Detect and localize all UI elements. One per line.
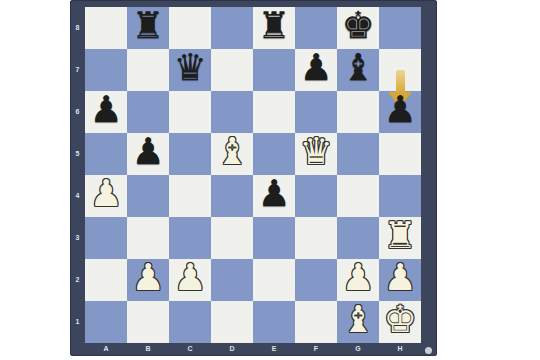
square-b1[interactable] (127, 301, 169, 343)
square-e1[interactable] (253, 301, 295, 343)
square-c8[interactable] (169, 7, 211, 49)
square-g4[interactable] (337, 175, 379, 217)
black-pawn-h6[interactable]: ♟ (383, 89, 416, 131)
square-c7[interactable]: ♛ (169, 49, 211, 91)
square-a3[interactable] (85, 217, 127, 259)
square-h2[interactable]: ♟ (379, 259, 421, 301)
rank-label-7: 7 (70, 66, 85, 73)
rank-label-4: 4 (70, 192, 85, 199)
square-e4[interactable]: ♟ (253, 175, 295, 217)
square-f7[interactable]: ♟ (295, 49, 337, 91)
square-d5[interactable]: ♝ (211, 133, 253, 175)
square-e3[interactable] (253, 217, 295, 259)
square-f4[interactable] (295, 175, 337, 217)
square-b3[interactable] (127, 217, 169, 259)
rank-label-2: 2 (70, 276, 85, 283)
rank-label-5: 5 (70, 150, 85, 157)
square-d3[interactable] (211, 217, 253, 259)
white-rook-h3[interactable]: ♜ (383, 215, 416, 257)
square-b6[interactable] (127, 91, 169, 133)
square-c1[interactable] (169, 301, 211, 343)
file-label-B: B (127, 345, 169, 352)
square-a2[interactable] (85, 259, 127, 301)
square-g2[interactable]: ♟ (337, 259, 379, 301)
white-king-h1[interactable]: ♚ (383, 299, 416, 341)
square-e2[interactable] (253, 259, 295, 301)
square-d1[interactable] (211, 301, 253, 343)
file-label-A: A (85, 345, 127, 352)
square-a4[interactable]: ♟ (85, 175, 127, 217)
square-h8[interactable] (379, 7, 421, 49)
square-b4[interactable] (127, 175, 169, 217)
black-rook-e8[interactable]: ♜ (257, 5, 290, 47)
file-label-F: F (295, 345, 337, 352)
file-label-C: C (169, 345, 211, 352)
square-h6[interactable]: ♟ (379, 91, 421, 133)
white-bishop-g1[interactable]: ♝ (341, 299, 374, 341)
square-a5[interactable] (85, 133, 127, 175)
square-f1[interactable] (295, 301, 337, 343)
square-d6[interactable] (211, 91, 253, 133)
black-pawn-b5[interactable]: ♟ (131, 131, 164, 173)
square-g6[interactable] (337, 91, 379, 133)
square-g5[interactable] (337, 133, 379, 175)
file-label-G: G (337, 345, 379, 352)
square-f8[interactable] (295, 7, 337, 49)
square-c3[interactable] (169, 217, 211, 259)
white-bishop-d5[interactable]: ♝ (215, 131, 248, 173)
file-label-D: D (211, 345, 253, 352)
square-e7[interactable] (253, 49, 295, 91)
square-g3[interactable] (337, 217, 379, 259)
square-c5[interactable] (169, 133, 211, 175)
square-a1[interactable] (85, 301, 127, 343)
square-g1[interactable]: ♝ (337, 301, 379, 343)
square-h1[interactable]: ♚ (379, 301, 421, 343)
square-c2[interactable]: ♟ (169, 259, 211, 301)
square-c4[interactable] (169, 175, 211, 217)
chess-board: ♜♜♚♛♟♝♟♟♟♝♛♟♟♜♟♟♟♟♝♚ (85, 7, 421, 343)
square-h5[interactable] (379, 133, 421, 175)
square-h4[interactable] (379, 175, 421, 217)
square-b5[interactable]: ♟ (127, 133, 169, 175)
black-rook-b8[interactable]: ♜ (131, 5, 164, 47)
file-label-H: H (379, 345, 421, 352)
square-d7[interactable] (211, 49, 253, 91)
square-d4[interactable] (211, 175, 253, 217)
chess-board-frame: ♜♜♚♛♟♝♟♟♟♝♛♟♟♜♟♟♟♟♝♚ 87654321 ABCDEFGH (70, 0, 437, 356)
white-pawn-g2[interactable]: ♟ (341, 257, 374, 299)
square-b2[interactable]: ♟ (127, 259, 169, 301)
square-a7[interactable] (85, 49, 127, 91)
square-a6[interactable]: ♟ (85, 91, 127, 133)
square-f6[interactable] (295, 91, 337, 133)
square-e5[interactable] (253, 133, 295, 175)
square-g7[interactable]: ♝ (337, 49, 379, 91)
square-h3[interactable]: ♜ (379, 217, 421, 259)
square-e6[interactable] (253, 91, 295, 133)
square-c6[interactable] (169, 91, 211, 133)
black-pawn-e4[interactable]: ♟ (257, 173, 290, 215)
square-f2[interactable] (295, 259, 337, 301)
black-king-g8[interactable]: ♚ (341, 5, 374, 47)
rank-label-8: 8 (70, 24, 85, 31)
board-resize-handle[interactable] (425, 347, 432, 354)
black-bishop-g7[interactable]: ♝ (341, 47, 374, 89)
square-d8[interactable] (211, 7, 253, 49)
square-d2[interactable] (211, 259, 253, 301)
square-g8[interactable]: ♚ (337, 7, 379, 49)
square-b7[interactable] (127, 49, 169, 91)
white-pawn-b2[interactable]: ♟ (131, 257, 164, 299)
file-label-E: E (253, 345, 295, 352)
square-e8[interactable]: ♜ (253, 7, 295, 49)
black-queen-c7[interactable]: ♛ (173, 47, 206, 89)
rank-label-3: 3 (70, 234, 85, 241)
white-pawn-c2[interactable]: ♟ (173, 257, 206, 299)
black-pawn-a6[interactable]: ♟ (89, 89, 122, 131)
white-pawn-a4[interactable]: ♟ (89, 173, 122, 215)
square-a8[interactable] (85, 7, 127, 49)
white-queen-f5[interactable]: ♛ (299, 131, 332, 173)
rank-label-6: 6 (70, 108, 85, 115)
square-b8[interactable]: ♜ (127, 7, 169, 49)
rank-label-1: 1 (70, 318, 85, 325)
square-f3[interactable] (295, 217, 337, 259)
white-pawn-h2[interactable]: ♟ (383, 257, 416, 299)
black-pawn-f7[interactable]: ♟ (299, 47, 332, 89)
square-f5[interactable]: ♛ (295, 133, 337, 175)
